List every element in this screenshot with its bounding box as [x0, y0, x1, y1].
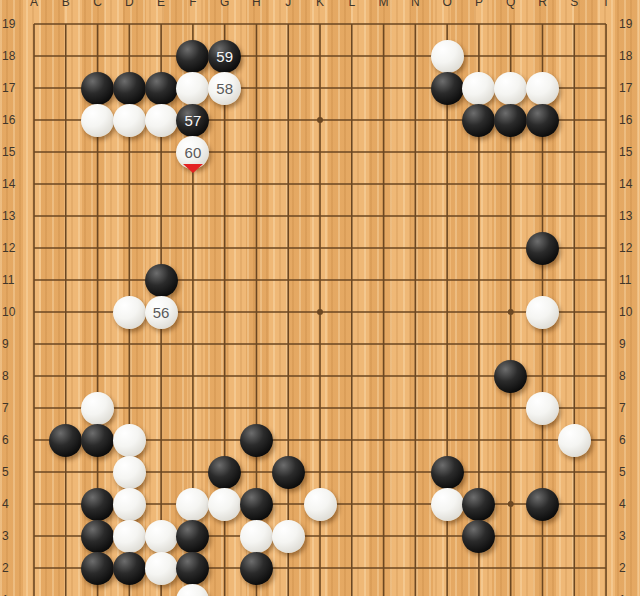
coord-label-top-O: O	[442, 0, 451, 8]
stone-white-R10[interactable]	[526, 296, 559, 329]
stone-white-E16[interactable]	[145, 104, 178, 137]
stone-black-F16[interactable]: 57	[176, 104, 209, 137]
coord-label-right-9: 9	[619, 338, 626, 350]
coord-label-right-12: 12	[619, 242, 632, 254]
coord-label-top-F: F	[189, 0, 196, 8]
coord-label-left-9: 9	[2, 338, 9, 350]
coord-label-top-A: A	[30, 0, 38, 8]
coord-label-right-15: 15	[619, 146, 632, 158]
stone-black-R12[interactable]	[526, 232, 559, 265]
stone-white-R7[interactable]	[526, 392, 559, 425]
stone-black-F3[interactable]	[176, 520, 209, 553]
stone-black-F2[interactable]	[176, 552, 209, 585]
coord-label-left-8: 8	[2, 370, 9, 382]
stone-black-H2[interactable]	[240, 552, 273, 585]
stone-black-P3[interactable]	[462, 520, 495, 553]
stone-black-B6[interactable]	[49, 424, 82, 457]
stone-white-O18[interactable]	[431, 40, 464, 73]
move-number-label: 58	[216, 80, 233, 97]
coord-label-top-S: S	[570, 0, 578, 8]
coord-label-left-19: 19	[2, 18, 15, 30]
coord-label-left-12: 12	[2, 242, 15, 254]
stone-black-D2[interactable]	[113, 552, 146, 585]
coord-label-top-L: L	[348, 0, 355, 8]
coord-label-right-5: 5	[619, 466, 626, 478]
stone-white-D16[interactable]	[113, 104, 146, 137]
stone-white-E2[interactable]	[145, 552, 178, 585]
stone-black-P16[interactable]	[462, 104, 495, 137]
coord-label-left-18: 18	[2, 50, 15, 62]
stone-white-E3[interactable]	[145, 520, 178, 553]
stone-black-C4[interactable]	[81, 488, 114, 521]
go-board[interactable]: ABCDEFGHJKLMNOPQRST191918181717161615151…	[0, 0, 640, 596]
stone-black-R16[interactable]	[526, 104, 559, 137]
stone-white-H3[interactable]	[240, 520, 273, 553]
stone-white-G4[interactable]	[208, 488, 241, 521]
coord-label-top-T: T	[602, 0, 609, 8]
coord-label-right-14: 14	[619, 178, 632, 190]
stone-white-O4[interactable]	[431, 488, 464, 521]
stone-black-G5[interactable]	[208, 456, 241, 489]
stone-black-F18[interactable]	[176, 40, 209, 73]
stone-black-R4[interactable]	[526, 488, 559, 521]
stone-white-D5[interactable]	[113, 456, 146, 489]
stone-white-F17[interactable]	[176, 72, 209, 105]
coord-label-top-R: R	[538, 0, 547, 8]
stone-black-C2[interactable]	[81, 552, 114, 585]
star-point	[508, 501, 514, 507]
coord-label-top-J: J	[285, 0, 291, 8]
coord-label-left-6: 6	[2, 434, 9, 446]
star-point	[317, 309, 323, 315]
move-number-label: 57	[185, 112, 202, 129]
coord-label-left-14: 14	[2, 178, 15, 190]
last-move-marker-icon	[183, 164, 203, 173]
stone-white-G17[interactable]: 58	[208, 72, 241, 105]
stone-black-H6[interactable]	[240, 424, 273, 457]
coord-label-left-15: 15	[2, 146, 15, 158]
stone-black-C6[interactable]	[81, 424, 114, 457]
stone-white-S6[interactable]	[558, 424, 591, 457]
coord-label-right-16: 16	[619, 114, 632, 126]
coord-label-top-P: P	[475, 0, 483, 8]
coord-label-left-7: 7	[2, 402, 9, 414]
coord-label-left-5: 5	[2, 466, 9, 478]
coord-label-top-H: H	[252, 0, 261, 8]
stone-black-Q8[interactable]	[494, 360, 527, 393]
coord-label-right-2: 2	[619, 562, 626, 574]
coord-label-right-18: 18	[619, 50, 632, 62]
stone-black-C3[interactable]	[81, 520, 114, 553]
coord-label-right-6: 6	[619, 434, 626, 446]
coord-label-left-16: 16	[2, 114, 15, 126]
coord-label-left-10: 10	[2, 306, 15, 318]
coord-label-top-N: N	[411, 0, 420, 8]
stone-white-C7[interactable]	[81, 392, 114, 425]
stone-white-D4[interactable]	[113, 488, 146, 521]
coord-label-left-3: 3	[2, 530, 9, 542]
coord-label-top-E: E	[157, 0, 165, 8]
stone-white-Q17[interactable]	[494, 72, 527, 105]
stone-white-K4[interactable]	[304, 488, 337, 521]
stone-black-Q16[interactable]	[494, 104, 527, 137]
stone-white-J3[interactable]	[272, 520, 305, 553]
coord-label-top-C: C	[93, 0, 102, 8]
stone-black-E17[interactable]	[145, 72, 178, 105]
coord-label-top-D: D	[125, 0, 134, 8]
stone-black-P4[interactable]	[462, 488, 495, 521]
stone-black-O17[interactable]	[431, 72, 464, 105]
coord-label-right-7: 7	[619, 402, 626, 414]
coord-label-right-19: 19	[619, 18, 632, 30]
stone-white-F4[interactable]	[176, 488, 209, 521]
move-number-label: 59	[216, 48, 233, 65]
coord-label-right-4: 4	[619, 498, 626, 510]
star-point	[508, 309, 514, 315]
coord-label-left-17: 17	[2, 82, 15, 94]
stone-white-P17[interactable]	[462, 72, 495, 105]
stone-black-O5[interactable]	[431, 456, 464, 489]
coord-label-top-G: G	[220, 0, 229, 8]
stone-white-D10[interactable]	[113, 296, 146, 329]
stone-black-D17[interactable]	[113, 72, 146, 105]
coord-label-right-13: 13	[619, 210, 632, 222]
coord-label-top-Q: Q	[506, 0, 515, 8]
coord-label-left-2: 2	[2, 562, 9, 574]
stone-black-E11[interactable]	[145, 264, 178, 297]
stone-white-C16[interactable]	[81, 104, 114, 137]
stone-white-R17[interactable]	[526, 72, 559, 105]
star-point	[317, 117, 323, 123]
stone-black-H4[interactable]	[240, 488, 273, 521]
coord-label-left-13: 13	[2, 210, 15, 222]
coord-label-right-17: 17	[619, 82, 632, 94]
coord-label-right-8: 8	[619, 370, 626, 382]
coord-label-left-11: 11	[2, 274, 14, 286]
coord-label-right-10: 10	[619, 306, 632, 318]
coord-label-left-4: 4	[2, 498, 9, 510]
coord-label-right-3: 3	[619, 530, 626, 542]
stone-white-D3[interactable]	[113, 520, 146, 553]
coord-label-top-M: M	[379, 0, 389, 8]
move-number-label: 60	[185, 144, 202, 161]
stone-black-G18[interactable]: 59	[208, 40, 241, 73]
coord-label-top-K: K	[316, 0, 324, 8]
coord-label-right-11: 11	[619, 274, 631, 286]
move-number-label: 56	[153, 304, 170, 321]
stone-white-F15[interactable]: 60	[176, 136, 209, 169]
stone-black-J5[interactable]	[272, 456, 305, 489]
stone-white-E10[interactable]: 56	[145, 296, 178, 329]
stone-black-C17[interactable]	[81, 72, 114, 105]
stone-white-D6[interactable]	[113, 424, 146, 457]
coord-label-top-B: B	[62, 0, 70, 8]
